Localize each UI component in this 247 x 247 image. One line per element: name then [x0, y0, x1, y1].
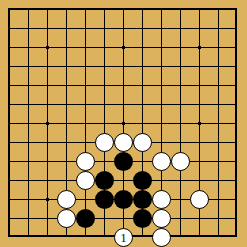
board-intersection — [95, 114, 114, 133]
board-intersection — [228, 57, 247, 76]
board-intersection — [57, 133, 76, 152]
board-intersection — [57, 0, 76, 19]
board-intersection — [95, 57, 114, 76]
white-stone — [152, 209, 171, 228]
white-stone — [76, 171, 95, 190]
black-stone — [114, 190, 133, 209]
board-intersection — [57, 114, 76, 133]
board-intersection — [190, 209, 209, 228]
board-intersection — [133, 0, 152, 19]
white-stone — [152, 190, 171, 209]
board-intersection — [38, 76, 57, 95]
black-stone — [133, 209, 152, 228]
board-intersection — [228, 19, 247, 38]
board-intersection — [19, 190, 38, 209]
board-intersection — [19, 19, 38, 38]
board-intersection — [76, 95, 95, 114]
board-intersection — [57, 19, 76, 38]
board-intersection — [209, 133, 228, 152]
board-intersection — [57, 171, 76, 190]
board-intersection — [152, 95, 171, 114]
board-intersection — [228, 76, 247, 95]
board-intersection — [152, 171, 171, 190]
board-intersection — [76, 114, 95, 133]
board-intersection — [152, 0, 171, 19]
board-intersection — [38, 57, 57, 76]
board-intersection — [133, 38, 152, 57]
board-intersection — [38, 152, 57, 171]
board-intersection — [114, 95, 133, 114]
board-intersection — [152, 57, 171, 76]
board-intersection — [209, 114, 228, 133]
board-intersection — [171, 114, 190, 133]
board-intersection — [228, 133, 247, 152]
white-stone — [95, 133, 114, 152]
board-intersection — [0, 190, 19, 209]
board-intersection — [95, 76, 114, 95]
black-stone — [95, 190, 114, 209]
board-intersection — [95, 228, 114, 247]
board-intersection — [76, 209, 95, 228]
board-intersection — [228, 152, 247, 171]
board-intersection — [133, 228, 152, 247]
board-intersection — [133, 57, 152, 76]
board-grid: 1 — [0, 0, 247, 247]
board-intersection — [19, 95, 38, 114]
board-intersection — [190, 152, 209, 171]
board-intersection — [19, 114, 38, 133]
white-stone — [171, 152, 190, 171]
board-intersection — [38, 209, 57, 228]
board-intersection — [152, 19, 171, 38]
board-intersection: 1 — [114, 228, 133, 247]
board-intersection — [171, 95, 190, 114]
board-intersection — [38, 190, 57, 209]
board-intersection — [228, 114, 247, 133]
board-intersection — [19, 209, 38, 228]
board-intersection — [114, 190, 133, 209]
board-intersection — [76, 171, 95, 190]
board-intersection — [76, 38, 95, 57]
black-stone — [133, 190, 152, 209]
board-intersection — [228, 38, 247, 57]
board-intersection — [38, 171, 57, 190]
board-intersection — [38, 38, 57, 57]
board-intersection — [209, 209, 228, 228]
board-intersection — [114, 171, 133, 190]
board-intersection — [114, 57, 133, 76]
board-intersection — [76, 190, 95, 209]
board-intersection — [114, 0, 133, 19]
white-stone-move-1: 1 — [114, 228, 133, 247]
go-board-diagram: 1 — [0, 0, 247, 247]
board-intersection — [171, 152, 190, 171]
board-intersection — [0, 171, 19, 190]
board-intersection — [190, 95, 209, 114]
board-intersection — [209, 57, 228, 76]
white-stone — [152, 152, 171, 171]
board-intersection — [38, 0, 57, 19]
board-intersection — [0, 38, 19, 57]
board-intersection — [0, 19, 19, 38]
board-intersection — [190, 57, 209, 76]
board-intersection — [95, 209, 114, 228]
board-intersection — [152, 190, 171, 209]
board-intersection — [0, 114, 19, 133]
board-intersection — [190, 0, 209, 19]
board-intersection — [38, 95, 57, 114]
board-intersection — [133, 209, 152, 228]
board-intersection — [114, 76, 133, 95]
board-intersection — [171, 228, 190, 247]
board-intersection — [0, 152, 19, 171]
board-intersection — [171, 38, 190, 57]
board-intersection — [190, 114, 209, 133]
board-intersection — [190, 76, 209, 95]
white-stone — [114, 133, 133, 152]
board-intersection — [190, 19, 209, 38]
board-intersection — [0, 0, 19, 19]
board-intersection — [57, 95, 76, 114]
board-intersection — [114, 38, 133, 57]
board-intersection — [133, 76, 152, 95]
board-intersection — [209, 171, 228, 190]
board-intersection — [152, 209, 171, 228]
board-intersection — [228, 0, 247, 19]
board-intersection — [152, 114, 171, 133]
board-intersection — [76, 19, 95, 38]
board-intersection — [76, 133, 95, 152]
board-intersection — [114, 19, 133, 38]
board-intersection — [133, 19, 152, 38]
board-intersection — [133, 95, 152, 114]
black-stone — [114, 152, 133, 171]
board-intersection — [19, 57, 38, 76]
board-intersection — [95, 95, 114, 114]
board-intersection — [0, 95, 19, 114]
board-intersection — [209, 38, 228, 57]
white-stone — [57, 190, 76, 209]
board-intersection — [95, 133, 114, 152]
board-intersection — [57, 76, 76, 95]
board-intersection — [133, 114, 152, 133]
board-intersection — [19, 152, 38, 171]
board-intersection — [133, 133, 152, 152]
board-intersection — [57, 190, 76, 209]
board-intersection — [171, 76, 190, 95]
board-intersection — [171, 190, 190, 209]
board-intersection — [152, 76, 171, 95]
board-intersection — [0, 228, 19, 247]
board-intersection — [0, 133, 19, 152]
white-stone — [133, 133, 152, 152]
board-intersection — [57, 57, 76, 76]
board-intersection — [95, 19, 114, 38]
white-stone — [76, 152, 95, 171]
white-stone — [152, 228, 171, 247]
board-intersection — [114, 152, 133, 171]
board-intersection — [228, 228, 247, 247]
board-intersection — [209, 228, 228, 247]
board-intersection — [114, 209, 133, 228]
board-intersection — [171, 19, 190, 38]
board-intersection — [95, 38, 114, 57]
board-intersection — [152, 38, 171, 57]
board-intersection — [19, 171, 38, 190]
board-intersection — [228, 190, 247, 209]
board-intersection — [114, 133, 133, 152]
white-stone — [190, 190, 209, 209]
board-intersection — [171, 0, 190, 19]
board-intersection — [228, 95, 247, 114]
board-intersection — [76, 0, 95, 19]
white-stone — [57, 209, 76, 228]
board-intersection — [95, 0, 114, 19]
board-intersection — [95, 171, 114, 190]
board-intersection — [19, 133, 38, 152]
board-intersection — [0, 57, 19, 76]
board-intersection — [190, 171, 209, 190]
board-intersection — [76, 57, 95, 76]
board-intersection — [190, 133, 209, 152]
board-intersection — [209, 95, 228, 114]
board-intersection — [19, 76, 38, 95]
board-intersection — [57, 38, 76, 57]
board-intersection — [0, 76, 19, 95]
board-intersection — [38, 228, 57, 247]
board-intersection — [209, 19, 228, 38]
board-intersection — [38, 19, 57, 38]
board-intersection — [0, 209, 19, 228]
board-intersection — [152, 152, 171, 171]
board-intersection — [76, 76, 95, 95]
board-intersection — [57, 152, 76, 171]
board-intersection — [76, 228, 95, 247]
board-intersection — [57, 209, 76, 228]
board-intersection — [57, 228, 76, 247]
board-intersection — [190, 38, 209, 57]
board-intersection — [38, 114, 57, 133]
board-intersection — [171, 57, 190, 76]
board-intersection — [209, 152, 228, 171]
board-intersection — [152, 133, 171, 152]
board-intersection — [228, 171, 247, 190]
board-intersection — [19, 0, 38, 19]
move-number-label: 1 — [121, 231, 127, 243]
board-intersection — [190, 228, 209, 247]
board-intersection — [133, 190, 152, 209]
board-intersection — [171, 133, 190, 152]
board-intersection — [38, 133, 57, 152]
board-intersection — [114, 114, 133, 133]
black-stone — [76, 209, 95, 228]
board-intersection — [209, 0, 228, 19]
board-intersection — [76, 152, 95, 171]
board-intersection — [19, 228, 38, 247]
black-stone — [95, 171, 114, 190]
board-intersection — [133, 171, 152, 190]
board-intersection — [19, 38, 38, 57]
board-intersection — [228, 209, 247, 228]
board-intersection — [95, 190, 114, 209]
board-intersection — [209, 76, 228, 95]
board-intersection — [95, 152, 114, 171]
black-stone — [133, 171, 152, 190]
board-intersection — [171, 171, 190, 190]
board-intersection — [133, 152, 152, 171]
board-intersection — [190, 190, 209, 209]
board-intersection — [209, 190, 228, 209]
board-intersection — [152, 228, 171, 247]
board-intersection — [171, 209, 190, 228]
